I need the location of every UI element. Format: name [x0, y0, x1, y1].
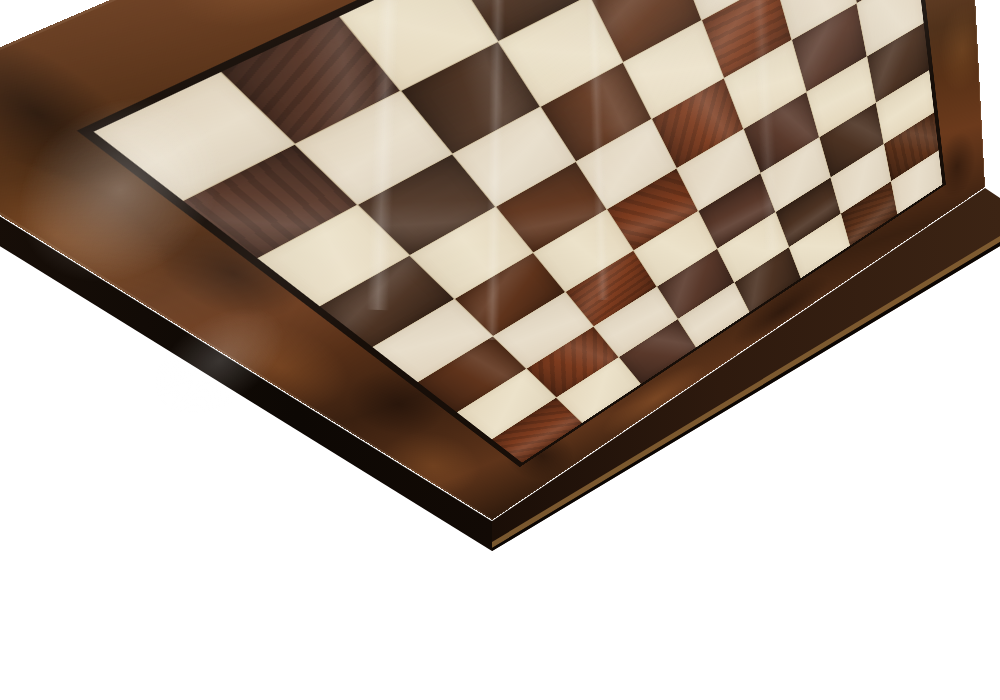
- photo-scene: [0, 0, 1000, 700]
- page: { "game": "chess", "scene_description": …: [0, 0, 1000, 700]
